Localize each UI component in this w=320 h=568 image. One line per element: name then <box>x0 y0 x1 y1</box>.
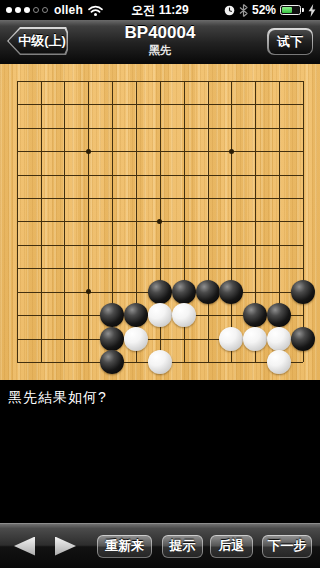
black-stone <box>172 280 196 304</box>
nav-bar: 中级(上) BP40004 黑先 试下 <box>0 20 320 64</box>
undo-button[interactable]: 后退 <box>210 535 253 558</box>
black-stone <box>100 350 124 374</box>
black-stone <box>124 303 148 327</box>
go-board[interactable] <box>0 64 320 380</box>
grid-line-horizontal <box>17 245 303 246</box>
grid-line-vertical <box>303 81 304 362</box>
white-stone <box>148 350 172 374</box>
star-point <box>157 219 162 224</box>
back-button[interactable]: 中级(上) <box>7 27 68 55</box>
charging-bolt-icon <box>308 4 316 17</box>
white-stone <box>148 303 172 327</box>
black-stone <box>100 303 124 327</box>
alarm-clock-icon <box>224 5 235 16</box>
bottom-toolbar: 重新来 提示 后退 下一步 <box>0 523 320 568</box>
star-point <box>86 289 91 294</box>
black-stone <box>243 303 267 327</box>
black-stone <box>219 280 243 304</box>
black-stone <box>196 280 220 304</box>
battery-percent: 52% <box>252 3 276 17</box>
white-stone <box>172 303 196 327</box>
next-step-button[interactable]: 下一步 <box>262 535 312 558</box>
back-button-label: 中级(上) <box>9 29 67 54</box>
restart-button[interactable]: 重新来 <box>97 535 152 558</box>
black-stone <box>100 327 124 351</box>
page-subtitle: 黑先 <box>70 44 250 57</box>
undo-button-label: 后退 <box>211 536 252 557</box>
next-step-button-label: 下一步 <box>263 536 311 557</box>
hint-button[interactable]: 提示 <box>162 535 203 558</box>
white-stone <box>267 350 291 374</box>
black-stone <box>291 280 315 304</box>
black-stone <box>291 327 315 351</box>
restart-button-label: 重新来 <box>98 536 151 557</box>
white-stone <box>243 327 267 351</box>
message-area: 黑先結果如何? <box>0 380 320 523</box>
status-bar: olleh 오전 11:29 52% <box>0 0 320 20</box>
hint-button-label: 提示 <box>163 536 202 557</box>
star-point <box>86 149 91 154</box>
white-stone <box>124 327 148 351</box>
white-stone <box>219 327 243 351</box>
black-stone <box>267 303 291 327</box>
star-point <box>229 149 234 154</box>
black-stone <box>148 280 172 304</box>
try-move-button-label: 试下 <box>269 30 312 54</box>
problem-question-text: 黑先結果如何? <box>0 380 320 416</box>
bluetooth-icon <box>239 4 248 17</box>
previous-arrow-button[interactable] <box>14 537 35 556</box>
battery-icon <box>280 5 304 15</box>
page-title: BP40004 <box>70 23 250 43</box>
next-arrow-button[interactable] <box>55 537 76 556</box>
try-move-button[interactable]: 试下 <box>267 28 313 55</box>
grid-line-vertical <box>208 81 209 362</box>
app-screen: olleh 오전 11:29 52% <box>0 0 320 568</box>
white-stone <box>267 327 291 351</box>
grid-line-vertical <box>231 81 232 362</box>
grid-line-horizontal <box>17 268 303 269</box>
